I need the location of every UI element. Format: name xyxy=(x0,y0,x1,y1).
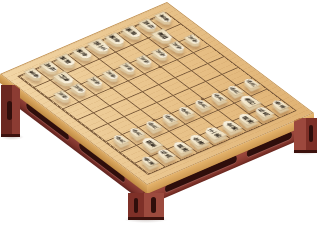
piece-kanji: 兵 xyxy=(56,92,64,97)
hoshi-dot xyxy=(158,65,163,68)
piece-pawn-sente: 歩兵 xyxy=(175,105,196,117)
piece-kanji: 兵 xyxy=(89,78,97,83)
piece-kanji: 兵 xyxy=(168,118,176,123)
piece-kanji: 兵 xyxy=(73,85,81,90)
leg-slot xyxy=(7,101,12,120)
piece-pawn-sente: 歩兵 xyxy=(126,126,147,138)
piece-lance-gote: 香車 xyxy=(154,11,176,24)
piece-kanji: 兵 xyxy=(217,97,225,102)
piece-kanji: 将 xyxy=(180,147,189,152)
piece-pawn-sente: 歩兵 xyxy=(208,91,229,103)
shogi-set-photo: 香車桂馬銀将金将玉将金将銀将桂馬香車飛車角行歩兵歩兵歩兵歩兵歩兵歩兵歩兵歩兵歩兵… xyxy=(0,0,320,226)
piece-kanji: 兵 xyxy=(250,83,258,88)
piece-pawn-sente: 歩兵 xyxy=(224,84,245,96)
piece-kanji: 兵 xyxy=(171,42,179,47)
piece-lance-sente: 香車 xyxy=(269,98,291,111)
piece-pawn-gote: 歩兵 xyxy=(53,90,74,102)
piece-kanji: 車 xyxy=(148,161,156,166)
piece-pawn-gote: 歩兵 xyxy=(134,55,155,67)
piece-kanji: 将 xyxy=(246,118,255,123)
piece-kanji: 兵 xyxy=(233,90,241,95)
piece-knight-sente: 桂馬 xyxy=(154,147,177,161)
piece-pawn-gote: 歩兵 xyxy=(85,76,106,88)
piece-kanji: 兵 xyxy=(138,56,146,61)
hoshi-dot xyxy=(109,86,114,89)
base-leg-front xyxy=(128,193,164,220)
piece-pawn-sente: 歩兵 xyxy=(159,112,180,124)
shogi-board: 香車桂馬銀将金将玉将金将銀将桂馬香車飛車角行歩兵歩兵歩兵歩兵歩兵歩兵歩兵歩兵歩兵… xyxy=(0,2,314,185)
base-leg-left xyxy=(1,85,20,137)
piece-pawn-sente: 歩兵 xyxy=(241,77,262,89)
piece-pawn-gote: 歩兵 xyxy=(118,62,139,74)
piece-lance-sente: 香車 xyxy=(138,155,160,168)
piece-kanji: 行 xyxy=(57,73,66,79)
piece-kanji: 車 xyxy=(278,104,286,109)
piece-kanji: 兵 xyxy=(135,132,143,137)
leg-slot xyxy=(309,125,313,142)
leg-slot xyxy=(134,198,138,213)
piece-kanji: 馬 xyxy=(164,154,173,159)
piece-kanji: 馬 xyxy=(43,62,52,67)
leg-slot xyxy=(151,197,156,213)
piece-kanji: 兵 xyxy=(105,71,113,76)
piece-kanji: 将 xyxy=(91,41,101,47)
piece-pawn-gote: 歩兵 xyxy=(69,83,90,95)
piece-kanji: 車 xyxy=(155,31,164,37)
piece-kanji: 兵 xyxy=(201,104,209,109)
piece-pawn-gote: 歩兵 xyxy=(183,33,204,45)
leg-face xyxy=(294,118,306,153)
piece-kanji: 将 xyxy=(213,133,223,139)
piece-pawn-gote: 歩兵 xyxy=(151,48,172,60)
piece-pawn-sente: 歩兵 xyxy=(110,133,131,145)
piece-kanji: 兵 xyxy=(119,139,127,144)
piece-kanji: 将 xyxy=(229,126,238,131)
piece-pawn-gote: 歩兵 xyxy=(167,40,188,52)
piece-kanji: 車 xyxy=(150,143,159,149)
base-leg-right xyxy=(294,118,317,153)
piece-kanji: 行 xyxy=(248,101,257,107)
piece-kanji: 将 xyxy=(197,140,206,145)
piece-kanji: 兵 xyxy=(152,125,160,130)
piece-kanji: 兵 xyxy=(154,49,162,54)
piece-kanji: 馬 xyxy=(141,20,150,25)
piece-lance-gote: 香車 xyxy=(23,68,45,81)
piece-kanji: 兵 xyxy=(184,111,192,116)
piece-kanji: 馬 xyxy=(262,111,271,116)
piece-kanji: 兵 xyxy=(187,35,195,40)
piece-pawn-gote: 歩兵 xyxy=(102,69,123,81)
piece-pawn-sente: 歩兵 xyxy=(143,119,164,131)
piece-pawn-sente: 歩兵 xyxy=(192,98,213,110)
piece-kanji: 兵 xyxy=(122,64,130,69)
